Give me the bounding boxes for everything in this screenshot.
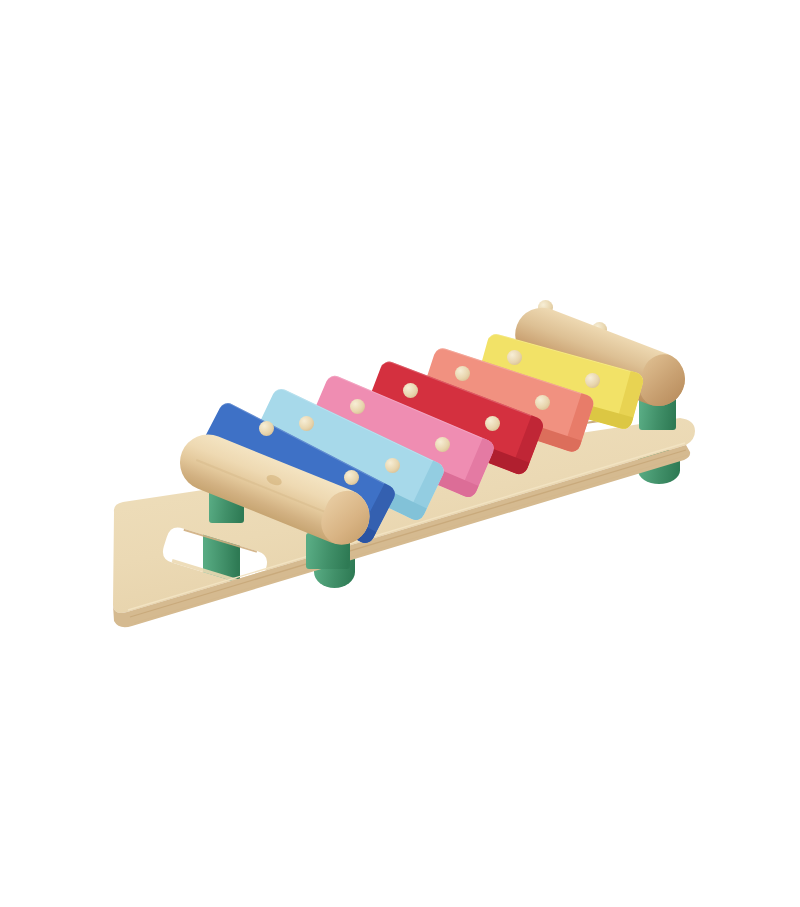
mounting-pin [435,437,450,452]
mounting-pin [485,416,500,431]
mounting-pin [350,399,365,414]
mounting-pin [585,373,600,388]
mounting-pin [259,421,274,436]
mounting-pin [385,458,400,473]
product-photo [0,0,800,907]
wood-knot [265,472,283,486]
mounting-pin [535,395,550,410]
mounting-pin [344,470,359,485]
mounting-pin [507,350,522,365]
mounting-pin [455,366,470,381]
mounting-pin [403,383,418,398]
mounting-pin [299,416,314,431]
